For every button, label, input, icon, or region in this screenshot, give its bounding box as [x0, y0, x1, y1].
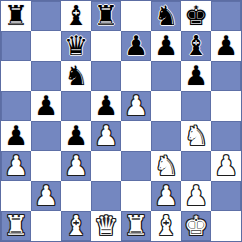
black-pawn-piece[interactable]: ♟: [94, 91, 118, 121]
square-f8[interactable]: ♞: [151, 1, 181, 31]
square-a6[interactable]: [1, 61, 31, 91]
square-e6[interactable]: [121, 61, 151, 91]
black-pawn-piece[interactable]: ♟: [124, 31, 148, 61]
white-king-piece[interactable]: ♚: [184, 211, 208, 241]
square-g1[interactable]: ♚: [181, 211, 211, 241]
square-a3[interactable]: ♟: [1, 151, 31, 181]
white-bishop-piece[interactable]: ♝: [154, 211, 178, 241]
chess-board: ♜♝♜♞♚♛♟♟♝♟♞♟♟♟♟♟♟♟♞♟♟♞♟♟♟♟♜♝♛♜♝♚: [0, 0, 242, 242]
square-h7[interactable]: ♟: [211, 31, 241, 61]
black-bishop-piece[interactable]: ♝: [184, 31, 208, 61]
square-f7[interactable]: ♟: [151, 31, 181, 61]
white-pawn-piece[interactable]: ♟: [4, 151, 28, 181]
square-a1[interactable]: ♜: [1, 211, 31, 241]
square-g2[interactable]: ♟: [181, 181, 211, 211]
white-pawn-piece[interactable]: ♟: [34, 181, 58, 211]
white-pawn-piece[interactable]: ♟: [214, 151, 238, 181]
square-c4[interactable]: ♟: [61, 121, 91, 151]
square-c1[interactable]: ♝: [61, 211, 91, 241]
black-pawn-piece[interactable]: ♟: [214, 31, 238, 61]
square-f1[interactable]: ♝: [151, 211, 181, 241]
square-e4[interactable]: [121, 121, 151, 151]
black-rook-piece[interactable]: ♜: [4, 1, 28, 31]
square-b4[interactable]: [31, 121, 61, 151]
square-b8[interactable]: [31, 1, 61, 31]
square-c6[interactable]: ♞: [61, 61, 91, 91]
square-e1[interactable]: ♜: [121, 211, 151, 241]
square-g5[interactable]: [181, 91, 211, 121]
square-d6[interactable]: [91, 61, 121, 91]
square-h2[interactable]: [211, 181, 241, 211]
board-grid: ♜♝♜♞♚♛♟♟♝♟♞♟♟♟♟♟♟♟♞♟♟♞♟♟♟♟♜♝♛♜♝♚: [1, 1, 241, 241]
square-h6[interactable]: [211, 61, 241, 91]
square-e7[interactable]: ♟: [121, 31, 151, 61]
square-g8[interactable]: ♚: [181, 1, 211, 31]
black-queen-piece[interactable]: ♛: [64, 31, 88, 61]
square-c7[interactable]: ♛: [61, 31, 91, 61]
square-d1[interactable]: ♛: [91, 211, 121, 241]
square-d2[interactable]: [91, 181, 121, 211]
white-pawn-piece[interactable]: ♟: [184, 181, 208, 211]
square-a7[interactable]: [1, 31, 31, 61]
square-g4[interactable]: ♞: [181, 121, 211, 151]
square-f3[interactable]: ♞: [151, 151, 181, 181]
white-bishop-piece[interactable]: ♝: [64, 211, 88, 241]
square-d7[interactable]: [91, 31, 121, 61]
black-pawn-piece[interactable]: ♟: [154, 31, 178, 61]
square-c8[interactable]: ♝: [61, 1, 91, 31]
square-f4[interactable]: [151, 121, 181, 151]
square-a5[interactable]: [1, 91, 31, 121]
square-f2[interactable]: ♟: [151, 181, 181, 211]
square-h3[interactable]: ♟: [211, 151, 241, 181]
square-c2[interactable]: [61, 181, 91, 211]
black-rook-piece[interactable]: ♜: [94, 1, 118, 31]
square-b2[interactable]: ♟: [31, 181, 61, 211]
black-king-piece[interactable]: ♚: [184, 1, 208, 31]
square-g7[interactable]: ♝: [181, 31, 211, 61]
square-d5[interactable]: ♟: [91, 91, 121, 121]
white-rook-piece[interactable]: ♜: [4, 211, 28, 241]
white-pawn-piece[interactable]: ♟: [124, 91, 148, 121]
white-queen-piece[interactable]: ♛: [94, 211, 118, 241]
square-a2[interactable]: [1, 181, 31, 211]
square-e5[interactable]: ♟: [121, 91, 151, 121]
square-h4[interactable]: [211, 121, 241, 151]
white-pawn-piece[interactable]: ♟: [94, 121, 118, 151]
square-g3[interactable]: [181, 151, 211, 181]
black-knight-piece[interactable]: ♞: [154, 1, 178, 31]
square-b6[interactable]: [31, 61, 61, 91]
square-d3[interactable]: [91, 151, 121, 181]
square-b7[interactable]: [31, 31, 61, 61]
black-pawn-piece[interactable]: ♟: [4, 121, 28, 151]
white-pawn-piece[interactable]: ♟: [64, 151, 88, 181]
square-e3[interactable]: [121, 151, 151, 181]
square-f6[interactable]: [151, 61, 181, 91]
square-c3[interactable]: ♟: [61, 151, 91, 181]
black-bishop-piece[interactable]: ♝: [64, 1, 88, 31]
square-b1[interactable]: [31, 211, 61, 241]
square-b3[interactable]: [31, 151, 61, 181]
square-c5[interactable]: [61, 91, 91, 121]
square-e2[interactable]: [121, 181, 151, 211]
black-knight-piece[interactable]: ♞: [64, 61, 88, 91]
square-b5[interactable]: ♟: [31, 91, 61, 121]
white-pawn-piece[interactable]: ♟: [154, 181, 178, 211]
square-h1[interactable]: [211, 211, 241, 241]
square-a4[interactable]: ♟: [1, 121, 31, 151]
black-pawn-piece[interactable]: ♟: [34, 91, 58, 121]
square-d4[interactable]: ♟: [91, 121, 121, 151]
black-pawn-piece[interactable]: ♟: [184, 61, 208, 91]
black-pawn-piece[interactable]: ♟: [64, 121, 88, 151]
white-knight-piece[interactable]: ♞: [154, 151, 178, 181]
square-h5[interactable]: [211, 91, 241, 121]
square-a8[interactable]: ♜: [1, 1, 31, 31]
square-f5[interactable]: [151, 91, 181, 121]
square-d8[interactable]: ♜: [91, 1, 121, 31]
square-h8[interactable]: [211, 1, 241, 31]
white-knight-piece[interactable]: ♞: [184, 121, 208, 151]
square-e8[interactable]: [121, 1, 151, 31]
square-g6[interactable]: ♟: [181, 61, 211, 91]
white-rook-piece[interactable]: ♜: [124, 211, 148, 241]
